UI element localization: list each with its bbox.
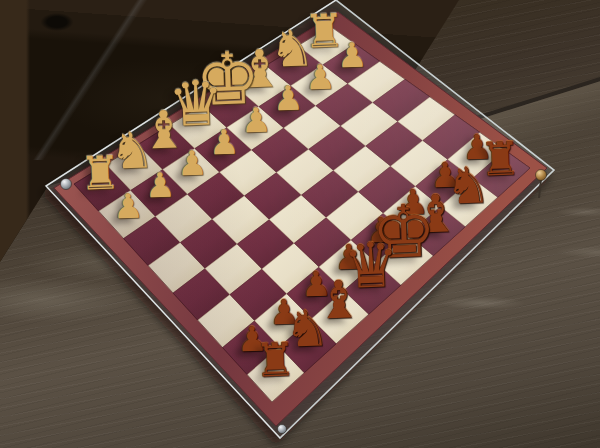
- piece-white-pawn-c2[interactable]: ♟: [176, 146, 208, 181]
- piece-white-pawn-d2[interactable]: ♟: [208, 124, 240, 159]
- piece-white-pawn-h2[interactable]: ♟: [337, 38, 369, 73]
- piece-white-pawn-b2[interactable]: ♟: [144, 167, 176, 202]
- standoff-screw-left: [61, 179, 72, 190]
- piece-white-pawn-e2[interactable]: ♟: [241, 102, 273, 137]
- piece-white-pawn-a2[interactable]: ♟: [112, 189, 144, 224]
- standoff-screw-right: [536, 170, 547, 181]
- photo-scene: ♜♟♞♟♝♚♟♛♟♝♟♟♞♟♜♟♜♟♞♟♟♝♟♚♟♛♟♝♟♞♟♜: [0, 0, 600, 448]
- piece-black-rook-a8[interactable]: ♜: [253, 336, 296, 383]
- piece-white-pawn-f2[interactable]: ♟: [273, 81, 305, 116]
- standoff-screw-bottom: [278, 425, 287, 434]
- piece-white-pawn-g2[interactable]: ♟: [305, 59, 337, 94]
